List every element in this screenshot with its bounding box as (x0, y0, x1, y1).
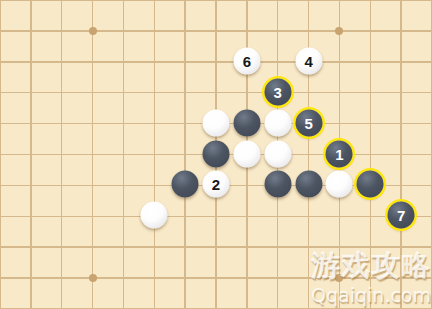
move-number-label: 7 (397, 208, 405, 223)
stone-white-move-2: 2 (203, 171, 230, 198)
move-number-label: 2 (212, 177, 220, 192)
grid-line-horizontal (0, 30, 432, 32)
move-number-label: 6 (243, 53, 251, 68)
stone-white (264, 109, 291, 136)
grid-line-vertical (92, 0, 94, 309)
grid-line-vertical (30, 0, 32, 309)
grid-line-horizontal (0, 216, 432, 218)
star-point (89, 274, 97, 282)
stone-white (233, 140, 260, 167)
grid-line-vertical (123, 0, 125, 309)
stone-black (172, 171, 199, 198)
watermark-site-name: 游戏攻略 (311, 246, 431, 286)
stone-black-move-7-winning: 7 (388, 202, 415, 229)
grid-line-vertical (0, 0, 1, 309)
stone-black (203, 140, 230, 167)
gomoku-board[interactable]: 游戏攻略 Qqaiqin.com 6435127 (0, 0, 432, 309)
stone-black (264, 171, 291, 198)
stone-white (141, 202, 168, 229)
grid-line-horizontal (0, 61, 432, 63)
watermark: 游戏攻略 Qqaiqin.com (311, 246, 431, 306)
grid-line-horizontal (0, 92, 432, 94)
move-number-label: 3 (274, 84, 282, 99)
stone-black-move-1-winning: 1 (326, 140, 353, 167)
star-point (335, 27, 343, 35)
stone-white-move-6: 6 (233, 47, 260, 74)
stone-white (203, 109, 230, 136)
watermark-site-url: Qqaiqin.com (311, 284, 431, 306)
stone-black-move-3-winning: 3 (264, 78, 291, 105)
stone-black-winning (357, 171, 384, 198)
grid-line-horizontal (0, 246, 432, 248)
stone-white (326, 171, 353, 198)
grid-line-vertical (184, 0, 186, 309)
stone-white-move-4: 4 (295, 47, 322, 74)
stone-black (295, 171, 322, 198)
stone-black-move-5-winning: 5 (295, 109, 322, 136)
move-number-label: 5 (304, 115, 312, 130)
grid-line-vertical (400, 0, 402, 309)
move-number-label: 4 (304, 53, 312, 68)
stone-black (233, 109, 260, 136)
grid-line-vertical (61, 0, 63, 309)
star-point (89, 27, 97, 35)
grid-line-vertical (154, 0, 156, 309)
grid-line-horizontal (0, 277, 432, 279)
move-number-label: 1 (335, 146, 343, 161)
star-point (335, 274, 343, 282)
grid-line-vertical (370, 0, 372, 309)
grid-line-horizontal (0, 0, 432, 1)
stone-white (264, 140, 291, 167)
